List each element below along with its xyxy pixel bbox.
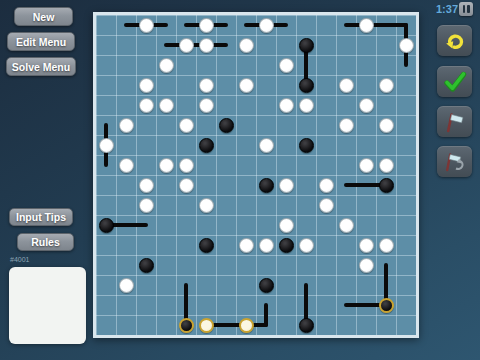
pause-button[interactable] [459,2,473,16]
white-pearl [199,198,214,213]
white-pearl [339,78,354,93]
white-pearl [119,158,134,173]
pause-icon [463,5,466,13]
black-pearl [299,318,314,333]
black-pearl [299,138,314,153]
white-pearl [259,238,274,253]
white-pearl [279,218,294,233]
pause-icon [467,5,470,13]
flag-restore-icon [443,151,467,173]
check-icon [443,71,467,93]
white-pearl [139,178,154,193]
new-button[interactable]: New [14,7,73,26]
black-pearl [299,78,314,93]
white-pearl [339,118,354,133]
black-pearl [279,238,294,253]
white-pearl [199,318,214,333]
puzzle-id-label: #4001 [10,256,29,263]
timer-label: 1:37 [436,3,458,15]
black-pearl [379,178,394,193]
rules-button[interactable]: Rules [17,233,74,251]
white-pearl [159,98,174,113]
white-pearl [319,178,334,193]
white-pearl [199,38,214,53]
white-pearl [259,138,274,153]
white-pearl [139,198,154,213]
white-pearl [179,178,194,193]
board-grid[interactable] [96,15,416,335]
white-pearl [139,98,154,113]
loop-segment [164,43,228,47]
black-pearl [199,238,214,253]
white-pearl [359,98,374,113]
puzzle-preview-box [9,267,86,344]
white-pearl [259,18,274,33]
white-pearl [279,178,294,193]
white-pearl [239,38,254,53]
white-pearl [119,278,134,293]
loop-segment [344,23,408,27]
white-pearl [299,238,314,253]
black-pearl [199,138,214,153]
edit-menu-button[interactable]: Edit Menu [7,32,75,51]
black-pearl [299,38,314,53]
solve-menu-button[interactable]: Solve Menu [6,57,76,76]
masyu-board [93,12,419,338]
white-pearl [359,18,374,33]
white-pearl [139,78,154,93]
black-pearl [259,178,274,193]
white-pearl [99,138,114,153]
flag-button[interactable] [437,106,472,137]
white-pearl [379,118,394,133]
black-pearl [179,318,194,333]
loop-segment [204,323,268,327]
white-pearl [139,18,154,33]
white-pearl [179,158,194,173]
flag-icon [443,111,467,133]
black-pearl [379,298,394,313]
white-pearl [279,98,294,113]
undo-button[interactable] [437,25,472,56]
white-pearl [179,38,194,53]
white-pearl [159,58,174,73]
white-pearl [239,78,254,93]
black-pearl [219,118,234,133]
white-pearl [379,238,394,253]
white-pearl [279,58,294,73]
black-pearl [259,278,274,293]
undo-icon [443,30,467,52]
white-pearl [239,318,254,333]
white-pearl [199,78,214,93]
white-pearl [319,198,334,213]
white-pearl [299,98,314,113]
white-pearl [359,158,374,173]
check-button[interactable] [437,66,472,97]
white-pearl [359,238,374,253]
white-pearl [199,98,214,113]
white-pearl [179,118,194,133]
flag-restore-button[interactable] [437,146,472,177]
black-pearl [139,258,154,273]
white-pearl [199,18,214,33]
white-pearl [359,258,374,273]
white-pearl [379,78,394,93]
white-pearl [339,218,354,233]
app-window: New Edit Menu Solve Menu Input Tips Rule… [0,0,480,360]
input-tips-button[interactable]: Input Tips [9,208,73,226]
black-pearl [99,218,114,233]
white-pearl [159,158,174,173]
white-pearl [239,238,254,253]
white-pearl [379,158,394,173]
white-pearl [119,118,134,133]
white-pearl [399,38,414,53]
